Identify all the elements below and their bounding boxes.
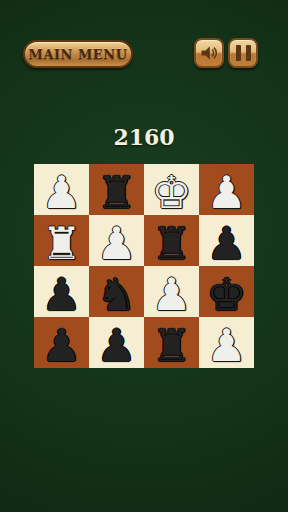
black-pawn-piece: ♟ [206, 220, 246, 268]
board-cell-r3c3[interactable]: ♟ [144, 266, 199, 317]
black-rook-piece: ♜ [151, 322, 191, 370]
main-menu-label: MAIN MENU [29, 47, 128, 62]
pause-icon [236, 45, 251, 61]
black-pawn-piece: ♟ [96, 322, 136, 370]
board-cell-r4c2[interactable]: ♟ [89, 317, 144, 368]
board-cell-r2c3[interactable]: ♜ [144, 215, 199, 266]
pause-button[interactable] [228, 38, 258, 68]
speaker-icon [199, 43, 219, 63]
board-cell-r2c2[interactable]: ♟ [89, 215, 144, 266]
black-knight-piece: ♞ [96, 271, 136, 319]
game-screen: MAIN MENU 2160 ♟♜♚♟♜♟♜♟♟♞♟♚♟♟♜♟ [0, 0, 288, 512]
score-display: 2160 [0, 124, 288, 150]
white-rook-piece: ♜ [41, 220, 81, 268]
board-cell-r3c1[interactable]: ♟ [34, 266, 89, 317]
board-cell-r1c1[interactable]: ♟ [34, 164, 89, 215]
board-cell-r4c1[interactable]: ♟ [34, 317, 89, 368]
white-pawn-piece: ♟ [206, 322, 246, 370]
board-cell-r4c3[interactable]: ♜ [144, 317, 199, 368]
black-king-piece: ♚ [206, 271, 246, 319]
board-cell-r2c4[interactable]: ♟ [199, 215, 254, 266]
board-cell-r2c1[interactable]: ♜ [34, 215, 89, 266]
board-cell-r3c2[interactable]: ♞ [89, 266, 144, 317]
white-pawn-piece: ♟ [151, 271, 191, 319]
white-pawn-piece: ♟ [41, 169, 81, 217]
main-menu-button[interactable]: MAIN MENU [23, 40, 133, 68]
black-pawn-piece: ♟ [41, 271, 81, 319]
white-pawn-piece: ♟ [206, 169, 246, 217]
white-pawn-piece: ♟ [96, 220, 136, 268]
board-cell-r1c3[interactable]: ♚ [144, 164, 199, 215]
board-cell-r1c2[interactable]: ♜ [89, 164, 144, 215]
board-cell-r3c4[interactable]: ♚ [199, 266, 254, 317]
white-king-piece: ♚ [151, 169, 191, 217]
board-cell-r4c4[interactable]: ♟ [199, 317, 254, 368]
sound-button[interactable] [194, 38, 224, 68]
black-rook-piece: ♜ [96, 169, 136, 217]
black-pawn-piece: ♟ [41, 322, 81, 370]
chess-board: ♟♜♚♟♜♟♜♟♟♞♟♚♟♟♜♟ [34, 164, 254, 368]
black-rook-piece: ♜ [151, 220, 191, 268]
board-cell-r1c4[interactable]: ♟ [199, 164, 254, 215]
